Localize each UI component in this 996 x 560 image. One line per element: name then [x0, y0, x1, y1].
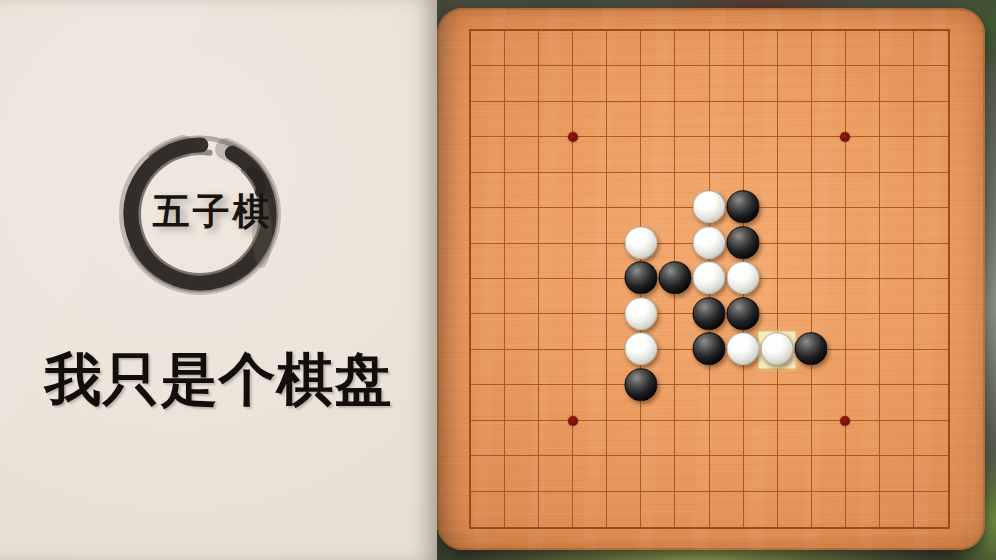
grid-cell	[539, 279, 573, 314]
grid-cell	[744, 102, 778, 137]
app-logo: 五子棋	[112, 124, 288, 300]
grid-cell	[914, 421, 948, 456]
grid-cell	[641, 456, 675, 491]
grid-cell	[607, 137, 641, 172]
grid-cell	[505, 492, 539, 527]
grid-cell	[846, 314, 880, 349]
grid-cell	[710, 208, 744, 243]
grid-cell	[539, 314, 573, 349]
grid-cell	[744, 208, 778, 243]
grid-cell	[880, 66, 914, 101]
grid-cell	[846, 492, 880, 527]
grid-cell	[675, 492, 709, 527]
grid-cell	[744, 279, 778, 314]
grid-cell	[846, 31, 880, 66]
grid-cell	[812, 492, 846, 527]
grid-cell	[641, 66, 675, 101]
grid-cell	[471, 137, 505, 172]
grid-cell	[880, 244, 914, 279]
grid-cell	[675, 173, 709, 208]
grid-cell	[710, 421, 744, 456]
grid-cell	[778, 385, 812, 420]
grid-cell	[505, 137, 539, 172]
grid-cell	[812, 31, 846, 66]
grid-cell	[710, 279, 744, 314]
grid-cell	[505, 31, 539, 66]
grid-cell	[914, 137, 948, 172]
grid-cell	[744, 66, 778, 101]
grid-cell	[710, 173, 744, 208]
grid-cell	[880, 137, 914, 172]
grid-cell	[812, 244, 846, 279]
grid-cell	[710, 31, 744, 66]
grid-cell	[607, 492, 641, 527]
grid-cell	[710, 492, 744, 527]
grid-cell	[607, 456, 641, 491]
grid-cell	[846, 137, 880, 172]
grid-cell	[880, 208, 914, 243]
grid-cell	[744, 492, 778, 527]
grid-cell	[812, 314, 846, 349]
grid-cell	[573, 350, 607, 385]
grid-cell	[471, 314, 505, 349]
grid-cell	[471, 208, 505, 243]
grid-cell	[880, 102, 914, 137]
grid-cell	[471, 456, 505, 491]
grid-cell	[675, 385, 709, 420]
board-grid[interactable]	[469, 29, 950, 529]
grid-cell	[914, 173, 948, 208]
grid-cell	[471, 244, 505, 279]
grid-cell	[744, 350, 778, 385]
grid-cell	[914, 102, 948, 137]
grid-cell	[880, 456, 914, 491]
grid-cell	[710, 66, 744, 101]
grid-cell	[539, 421, 573, 456]
grid-cell	[812, 421, 846, 456]
grid-cell	[641, 492, 675, 527]
grid-cell	[880, 350, 914, 385]
grid-cell	[641, 314, 675, 349]
grid-cell	[641, 421, 675, 456]
grid-cell	[914, 279, 948, 314]
grid-cell	[778, 244, 812, 279]
grid-cell	[607, 279, 641, 314]
grid-cell	[539, 492, 573, 527]
grid-cell	[846, 102, 880, 137]
grid-cell	[539, 66, 573, 101]
grid-cell	[505, 385, 539, 420]
grid-cell	[539, 456, 573, 491]
grid-cell	[573, 31, 607, 66]
grid-cell	[505, 102, 539, 137]
grid-cell	[607, 31, 641, 66]
grid-cell	[710, 385, 744, 420]
grid-cell	[710, 102, 744, 137]
grid-cell	[471, 385, 505, 420]
grid-cell	[812, 173, 846, 208]
grid-cell	[573, 102, 607, 137]
grid-cell	[880, 385, 914, 420]
grid-cell	[505, 279, 539, 314]
grid-cell	[641, 244, 675, 279]
grid-cell	[744, 385, 778, 420]
grid-cell	[778, 66, 812, 101]
tagline-text: 我只是个棋盘	[0, 342, 437, 419]
grid-cell	[573, 208, 607, 243]
grid-cell	[573, 173, 607, 208]
grid-cell	[778, 173, 812, 208]
grid-cell	[607, 173, 641, 208]
grid-cell	[778, 279, 812, 314]
grid-cell	[539, 208, 573, 243]
grid-cell	[641, 385, 675, 420]
grid-cell	[710, 350, 744, 385]
grid-cell	[846, 279, 880, 314]
grid-cell	[505, 244, 539, 279]
grid-cell	[505, 350, 539, 385]
grid-cell	[675, 31, 709, 66]
grid-cell	[675, 456, 709, 491]
grid-cell	[675, 279, 709, 314]
grid-cell	[744, 244, 778, 279]
grid-cell	[539, 31, 573, 66]
grid-cell	[914, 350, 948, 385]
grid-cell	[505, 421, 539, 456]
grid-cell	[744, 421, 778, 456]
grid-cell	[641, 31, 675, 66]
grid-cell	[710, 456, 744, 491]
grid-cell	[641, 350, 675, 385]
grid-cell	[846, 244, 880, 279]
grid-cell	[675, 244, 709, 279]
grid-cell	[641, 208, 675, 243]
grid-cell	[505, 66, 539, 101]
grid-cell	[914, 385, 948, 420]
grid-cell	[914, 244, 948, 279]
grid-cell	[880, 173, 914, 208]
grid-cell	[471, 350, 505, 385]
grid-cell	[675, 66, 709, 101]
grid-cell	[710, 244, 744, 279]
grid-cell	[778, 314, 812, 349]
grid-cell	[607, 385, 641, 420]
grid-cell	[880, 31, 914, 66]
grid-cell	[846, 456, 880, 491]
grid-cell	[778, 492, 812, 527]
grid-cell	[812, 385, 846, 420]
grid-cell	[846, 385, 880, 420]
grid-cell	[778, 31, 812, 66]
grid-cell	[675, 102, 709, 137]
grid-cell	[914, 314, 948, 349]
grid-cell	[573, 314, 607, 349]
grid-cell	[607, 208, 641, 243]
grid-cell	[880, 492, 914, 527]
grid-cell	[778, 421, 812, 456]
grid-cell	[914, 208, 948, 243]
grid-cell	[778, 208, 812, 243]
grid-cell	[846, 350, 880, 385]
grid-cell	[573, 244, 607, 279]
grid-cell	[607, 244, 641, 279]
grid-cell	[539, 350, 573, 385]
grid-cell	[812, 102, 846, 137]
grid-cell	[812, 350, 846, 385]
grid-cell	[641, 279, 675, 314]
grid-cell	[471, 102, 505, 137]
grid-cell	[607, 421, 641, 456]
grid-cell	[846, 173, 880, 208]
grid-cell	[607, 350, 641, 385]
grid-cell	[573, 385, 607, 420]
grid-cell	[539, 102, 573, 137]
grid-cell	[573, 279, 607, 314]
grid-cell	[778, 137, 812, 172]
grid-cell	[880, 314, 914, 349]
grid-cell	[471, 492, 505, 527]
grid-cell	[812, 66, 846, 101]
grid-cell	[846, 421, 880, 456]
grid-cell	[505, 456, 539, 491]
grid-cell	[710, 137, 744, 172]
grid-cell	[675, 137, 709, 172]
grid-cell	[675, 314, 709, 349]
grid-cell	[846, 66, 880, 101]
grid-cell	[914, 66, 948, 101]
grid-cell	[641, 137, 675, 172]
grid-cell	[914, 456, 948, 491]
grid-cell	[675, 421, 709, 456]
grid-cell	[675, 350, 709, 385]
grid-cell	[573, 421, 607, 456]
grid-cell	[471, 421, 505, 456]
grid-cell	[573, 137, 607, 172]
grid-cell	[744, 137, 778, 172]
gomoku-board[interactable]	[437, 8, 985, 550]
grid-cell	[880, 279, 914, 314]
grid-cell	[539, 244, 573, 279]
title-panel: 五子棋 我只是个棋盘	[0, 0, 437, 560]
grid-cell	[846, 208, 880, 243]
grid-cell	[812, 279, 846, 314]
grid-cell	[914, 31, 948, 66]
grid-cell	[607, 66, 641, 101]
logo-title: 五子棋	[152, 187, 272, 237]
grid-cell	[573, 492, 607, 527]
grid-cell	[778, 350, 812, 385]
grid-cell	[505, 314, 539, 349]
grid-cell	[744, 456, 778, 491]
grid-cell	[641, 102, 675, 137]
grid-cell	[778, 456, 812, 491]
grid-cell	[471, 66, 505, 101]
grid-cell	[744, 314, 778, 349]
grid-cell	[641, 173, 675, 208]
grid-cell	[812, 208, 846, 243]
grid-cell	[471, 31, 505, 66]
grid-cell	[607, 102, 641, 137]
grid-cell	[812, 456, 846, 491]
grid-cell	[505, 208, 539, 243]
grid-cell	[539, 137, 573, 172]
grid-cell	[744, 173, 778, 208]
grid-cell	[607, 314, 641, 349]
grid-cell	[744, 31, 778, 66]
grid-cell	[471, 173, 505, 208]
grid-cell	[880, 421, 914, 456]
grid-cell	[573, 66, 607, 101]
grid-cell	[505, 173, 539, 208]
grid-cell	[471, 279, 505, 314]
grid-cell	[539, 173, 573, 208]
grid-cell	[573, 456, 607, 491]
grid-cell	[778, 102, 812, 137]
grid-cell	[914, 492, 948, 527]
grid-cell	[710, 314, 744, 349]
grid-cell	[539, 385, 573, 420]
grid-cell	[812, 137, 846, 172]
grid-cell	[675, 208, 709, 243]
